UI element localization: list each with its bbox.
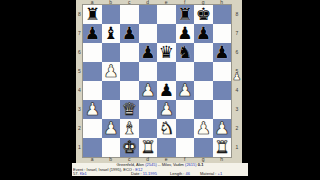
square-h8[interactable] [213, 5, 232, 24]
square-d5[interactable] [139, 62, 158, 81]
square-c3[interactable]: ♛ [120, 100, 139, 119]
white-bishop-c2: ♝ [122, 120, 137, 137]
board-frame: abcdefgh 87654321 87654321 ♜♜♚♟♝♟♟♟♟♛♞♟♟… [76, 0, 242, 163]
black-pawn-f7: ♟ [177, 25, 192, 42]
square-b7[interactable]: ♝ [102, 24, 121, 43]
white-pawn-g2: ♟ [196, 120, 211, 137]
game-info-panel: Greenfeld, Alon (2545) -- Milov, Vadim (… [72, 163, 248, 176]
square-b3[interactable] [102, 100, 121, 119]
square-d4[interactable]: ♟ [139, 81, 158, 100]
square-a1[interactable] [83, 138, 102, 157]
square-h5[interactable] [213, 62, 232, 81]
black-player-elo: (2615) [185, 163, 197, 167]
square-f4[interactable]: ♟ [176, 81, 195, 100]
material-indicator-white-pawn-icon: ♟ [232, 70, 243, 84]
square-b2[interactable]: ♟ [102, 119, 121, 138]
square-c5[interactable] [120, 62, 139, 81]
square-a5[interactable] [83, 62, 102, 81]
square-h7[interactable] [213, 24, 232, 43]
square-d7[interactable] [139, 24, 158, 43]
square-g2[interactable]: ♟ [194, 119, 213, 138]
black-pawn-d6: ♟ [140, 44, 155, 61]
coord-label-4: 4 [76, 81, 83, 100]
square-b4[interactable] [102, 81, 121, 100]
square-e7[interactable] [157, 24, 176, 43]
white-player-elo: (2545) [145, 163, 157, 167]
material-field: Material : +1 [200, 172, 222, 176]
white-pawn-d4: ♟ [140, 82, 155, 99]
white-pawn-a3: ♟ [85, 101, 100, 118]
square-g8[interactable]: ♚ [194, 5, 213, 24]
white-king-c1: ♚ [122, 139, 137, 156]
coord-label-2: 2 [76, 119, 83, 138]
square-e3[interactable]: ♟ [157, 100, 176, 119]
coord-label-1: 1 [76, 138, 83, 157]
coord-label-7: 7 [232, 24, 242, 43]
coord-label-2: 2 [232, 119, 242, 138]
black-king-g8: ♚ [196, 6, 211, 23]
square-e4[interactable]: ♟ [157, 81, 176, 100]
black-queen-e6: ♛ [159, 44, 174, 61]
date-field: Date : 11.1995 [131, 172, 157, 176]
square-c4[interactable] [120, 81, 139, 100]
white-pawn-f4: ♟ [177, 82, 192, 99]
square-f2[interactable] [176, 119, 195, 138]
square-a8[interactable]: ♜ [83, 5, 102, 24]
square-g6[interactable] [194, 43, 213, 62]
black-pawn-h6: ♟ [214, 44, 229, 61]
coord-label-1: 1 [232, 138, 242, 157]
square-h1[interactable]: ♜ [213, 138, 232, 157]
square-b6[interactable] [102, 43, 121, 62]
chess-board: ♜♜♚♟♝♟♟♟♟♛♞♟♟♟♟♟♟♛♟♟♝♞♟♟♚♜♜ [83, 5, 231, 157]
black-player-name: Milov, Vadim [162, 163, 185, 167]
coord-label-6: 6 [232, 43, 242, 62]
square-f6[interactable]: ♞ [176, 43, 195, 62]
black-rook-f8: ♜ [177, 6, 192, 23]
detail-line: 57. Kb1 Date : 11.1995 Length : 46 Mater… [72, 172, 248, 176]
white-rook-h1: ♜ [214, 139, 229, 156]
coord-label-6: 6 [76, 43, 83, 62]
rank-labels-left: 87654321 [76, 5, 83, 157]
square-f7[interactable]: ♟ [176, 24, 195, 43]
square-e6[interactable]: ♛ [157, 43, 176, 62]
black-bishop-b7: ♝ [103, 25, 118, 42]
square-d3[interactable] [139, 100, 158, 119]
square-f8[interactable]: ♜ [176, 5, 195, 24]
square-g5[interactable] [194, 62, 213, 81]
coord-label-5: 5 [76, 62, 83, 81]
coord-label-8: 8 [232, 5, 242, 24]
black-pawn-g7: ♟ [196, 25, 211, 42]
square-f1[interactable] [176, 138, 195, 157]
square-g1[interactable] [194, 138, 213, 157]
square-e8[interactable] [157, 5, 176, 24]
square-a6[interactable] [83, 43, 102, 62]
square-e5[interactable] [157, 62, 176, 81]
square-d1[interactable]: ♜ [139, 138, 158, 157]
square-b8[interactable] [102, 5, 121, 24]
square-h4[interactable] [213, 81, 232, 100]
white-pawn-b5: ♟ [103, 63, 118, 80]
white-knight-e2: ♞ [159, 120, 174, 137]
square-c8[interactable] [120, 5, 139, 24]
square-d8[interactable] [139, 5, 158, 24]
square-c6[interactable] [120, 43, 139, 62]
move-indicator: 57. Kb1 [73, 172, 87, 176]
coord-label-3: 3 [76, 100, 83, 119]
square-h2[interactable]: ♟ [213, 119, 232, 138]
square-b1[interactable] [102, 138, 121, 157]
length-field: Length : 46 [170, 172, 190, 176]
square-g4[interactable] [194, 81, 213, 100]
white-pawn-h2: ♟ [214, 120, 229, 137]
white-queen-c3: ♛ [122, 101, 137, 118]
app-window: { "game": "chess", "position": "r4rk1/pb… [0, 0, 320, 180]
square-a3[interactable]: ♟ [83, 100, 102, 119]
black-pawn-e4: ♟ [159, 82, 174, 99]
square-d2[interactable] [139, 119, 158, 138]
square-g3[interactable] [194, 100, 213, 119]
square-a7[interactable]: ♟ [83, 24, 102, 43]
square-f5[interactable] [176, 62, 195, 81]
coord-label-7: 7 [76, 24, 83, 43]
square-f3[interactable] [176, 100, 195, 119]
square-b5[interactable]: ♟ [102, 62, 121, 81]
square-h3[interactable] [213, 100, 232, 119]
square-h6[interactable]: ♟ [213, 43, 232, 62]
white-rook-d1: ♜ [140, 139, 155, 156]
square-a4[interactable] [83, 81, 102, 100]
black-pawn-a7: ♟ [85, 25, 100, 42]
white-pawn-b2: ♟ [103, 120, 118, 137]
square-e2[interactable]: ♞ [157, 119, 176, 138]
black-rook-a8: ♜ [85, 6, 100, 23]
square-d6[interactable]: ♟ [139, 43, 158, 62]
square-c7[interactable]: ♟ [120, 24, 139, 43]
square-a2[interactable] [83, 119, 102, 138]
black-knight-f6: ♞ [177, 44, 192, 61]
game-result: 0-1 [197, 163, 204, 167]
square-c1[interactable]: ♚ [120, 138, 139, 157]
coord-label-8: 8 [76, 5, 83, 24]
black-pawn-c7: ♟ [122, 25, 137, 42]
white-pawn-e3: ♟ [159, 101, 174, 118]
square-g7[interactable]: ♟ [194, 24, 213, 43]
square-e1[interactable] [157, 138, 176, 157]
coord-label-3: 3 [232, 100, 242, 119]
square-c2[interactable]: ♝ [120, 119, 139, 138]
